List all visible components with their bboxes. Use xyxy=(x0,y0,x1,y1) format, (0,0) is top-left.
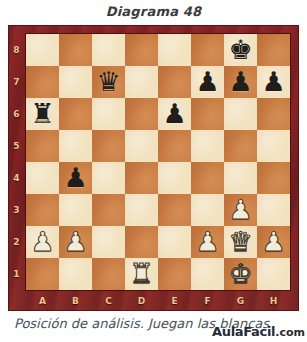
rank-label-2: 2 xyxy=(8,226,25,258)
white-pawn-b2: ♟ xyxy=(63,226,87,258)
square-g5 xyxy=(224,130,257,162)
file-labels: ABCDEFGH xyxy=(26,290,290,311)
rank-label-5: 5 xyxy=(8,130,25,162)
watermark-suffix: .com xyxy=(275,326,305,339)
black-rook-a6: ♜ xyxy=(30,98,54,130)
square-e7 xyxy=(158,66,191,98)
square-b7 xyxy=(59,66,92,98)
watermark-brand: AulaFacil xyxy=(212,324,275,339)
square-d8 xyxy=(125,34,158,66)
white-pawn-a2: ♟ xyxy=(30,226,54,258)
square-e3 xyxy=(158,194,191,226)
square-g3: ♟ xyxy=(224,194,257,226)
square-f8 xyxy=(191,34,224,66)
square-f5 xyxy=(191,130,224,162)
square-f1 xyxy=(191,258,224,290)
square-c5 xyxy=(92,130,125,162)
board-grid: ♚♛♟♟♟♜♟♟♟♟♟♟♛♟♜♚ xyxy=(26,34,290,290)
file-label-d: D xyxy=(125,290,158,311)
square-g8: ♚ xyxy=(224,34,257,66)
rank-label-4: 4 xyxy=(8,162,25,194)
square-d3 xyxy=(125,194,158,226)
rank-labels: 87654321 xyxy=(8,34,25,290)
square-d5 xyxy=(125,130,158,162)
square-h5 xyxy=(257,130,290,162)
black-king-g8: ♚ xyxy=(228,34,252,66)
square-b5 xyxy=(59,130,92,162)
file-label-h: H xyxy=(257,290,290,311)
white-pawn-g3: ♟ xyxy=(228,194,252,226)
file-label-e: E xyxy=(158,290,191,311)
square-d2 xyxy=(125,226,158,258)
square-c2 xyxy=(92,226,125,258)
rank-label-1: 1 xyxy=(8,258,25,290)
square-e2 xyxy=(158,226,191,258)
square-c8 xyxy=(92,34,125,66)
square-b3 xyxy=(59,194,92,226)
square-b4: ♟ xyxy=(59,162,92,194)
black-pawn-b4: ♟ xyxy=(63,162,87,194)
square-e1 xyxy=(158,258,191,290)
square-h7: ♟ xyxy=(257,66,290,98)
square-e6: ♟ xyxy=(158,98,191,130)
file-label-g: G xyxy=(224,290,257,311)
square-g4 xyxy=(224,162,257,194)
square-c7: ♛ xyxy=(92,66,125,98)
square-h1 xyxy=(257,258,290,290)
square-e4 xyxy=(158,162,191,194)
diagram-title: Diagrama 48 xyxy=(0,0,307,25)
white-queen-g2: ♛ xyxy=(228,226,252,258)
file-label-a: A xyxy=(26,290,59,311)
black-pawn-g7: ♟ xyxy=(228,66,252,98)
square-f2: ♟ xyxy=(191,226,224,258)
square-a5 xyxy=(26,130,59,162)
rank-label-6: 6 xyxy=(8,98,25,130)
square-b1 xyxy=(59,258,92,290)
square-g2: ♛ xyxy=(224,226,257,258)
file-label-c: C xyxy=(92,290,125,311)
square-h2: ♟ xyxy=(257,226,290,258)
square-a6: ♜ xyxy=(26,98,59,130)
rank-label-8: 8 xyxy=(8,34,25,66)
square-a2: ♟ xyxy=(26,226,59,258)
square-h6 xyxy=(257,98,290,130)
square-b8 xyxy=(59,34,92,66)
square-g1: ♚ xyxy=(224,258,257,290)
square-a7 xyxy=(26,66,59,98)
square-b6 xyxy=(59,98,92,130)
square-g7: ♟ xyxy=(224,66,257,98)
square-d4 xyxy=(125,162,158,194)
square-f4 xyxy=(191,162,224,194)
white-pawn-h2: ♟ xyxy=(261,226,285,258)
rank-label-7: 7 xyxy=(8,66,25,98)
white-rook-d1: ♜ xyxy=(129,258,153,290)
square-f7: ♟ xyxy=(191,66,224,98)
square-c6 xyxy=(92,98,125,130)
file-label-b: B xyxy=(59,290,92,311)
square-d6 xyxy=(125,98,158,130)
square-e5 xyxy=(158,130,191,162)
square-c3 xyxy=(92,194,125,226)
white-pawn-f2: ♟ xyxy=(195,226,219,258)
square-d1: ♜ xyxy=(125,258,158,290)
square-h4 xyxy=(257,162,290,194)
square-f6 xyxy=(191,98,224,130)
square-a8 xyxy=(26,34,59,66)
square-h8 xyxy=(257,34,290,66)
white-king-g1: ♚ xyxy=(228,258,252,290)
file-label-f: F xyxy=(191,290,224,311)
black-pawn-f7: ♟ xyxy=(195,66,219,98)
square-d7 xyxy=(125,66,158,98)
square-c4 xyxy=(92,162,125,194)
rank-label-3: 3 xyxy=(8,194,25,226)
board-grid-wrap: ♚♛♟♟♟♜♟♟♟♟♟♟♛♟♜♚ xyxy=(25,33,291,291)
square-b2: ♟ xyxy=(59,226,92,258)
watermark: AulaFacil.com xyxy=(212,321,305,340)
black-queen-c7: ♛ xyxy=(96,66,120,98)
black-pawn-h7: ♟ xyxy=(261,66,285,98)
square-f3 xyxy=(191,194,224,226)
square-g6 xyxy=(224,98,257,130)
square-a1 xyxy=(26,258,59,290)
square-a4 xyxy=(26,162,59,194)
square-h3 xyxy=(257,194,290,226)
black-pawn-e6: ♟ xyxy=(162,98,186,130)
square-a3 xyxy=(26,194,59,226)
square-e8 xyxy=(158,34,191,66)
square-c1 xyxy=(92,258,125,290)
chess-board: 87654321 ♚♛♟♟♟♜♟♟♟♟♟♟♛♟♜♚ ABCDEFGH xyxy=(8,25,299,311)
